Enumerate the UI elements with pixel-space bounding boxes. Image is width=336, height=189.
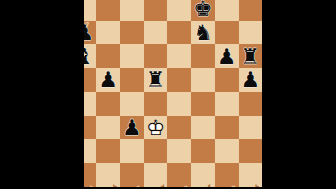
square-g5[interactable] <box>215 68 239 92</box>
square-h8[interactable] <box>239 0 263 21</box>
black-knight: ♞ <box>193 22 212 44</box>
square-g4[interactable] <box>215 92 239 116</box>
black-pawn: ♟ <box>241 69 260 91</box>
square-e2[interactable] <box>167 139 191 163</box>
square-f8[interactable]: ♚ <box>191 0 215 21</box>
black-rook: ♜ <box>241 46 260 68</box>
square-f5[interactable] <box>191 68 215 92</box>
square-c2[interactable] <box>120 139 144 163</box>
square-e6[interactable] <box>167 44 191 68</box>
square-b3[interactable] <box>96 116 120 140</box>
square-f7[interactable]: ♞ <box>191 21 215 45</box>
square-d4[interactable] <box>144 92 168 116</box>
square-e8[interactable] <box>167 0 191 21</box>
square-f4[interactable] <box>191 92 215 116</box>
square-h3[interactable] <box>239 116 263 140</box>
square-f6[interactable] <box>191 44 215 68</box>
square-e7[interactable] <box>167 21 191 45</box>
letterbox-bottom <box>0 187 336 189</box>
letterbox-left <box>0 0 84 189</box>
square-c8[interactable] <box>120 0 144 21</box>
square-c6[interactable] <box>120 44 144 68</box>
square-h6[interactable]: ♜ <box>239 44 263 68</box>
square-g2[interactable] <box>215 139 239 163</box>
chess-board: ♚♟♞♝♟♜♟♜♟♟♚♔7abcdefgh <box>73 0 263 187</box>
square-f1[interactable] <box>191 163 215 187</box>
black-king: ♚ <box>193 0 212 20</box>
square-e5[interactable] <box>167 68 191 92</box>
square-h5[interactable]: ♟ <box>239 68 263 92</box>
square-g3[interactable] <box>215 116 239 140</box>
square-b8[interactable] <box>96 0 120 21</box>
rank-label-7: 7 <box>85 21 90 29</box>
square-f2[interactable] <box>191 139 215 163</box>
square-c3[interactable]: ♟ <box>120 116 144 140</box>
square-b2[interactable] <box>96 139 120 163</box>
screenshot-frame: ♚♟♞♝♟♜♟♜♟♟♚♔7abcdefgh <box>0 0 336 189</box>
square-g8[interactable] <box>215 0 239 21</box>
black-pawn: ♟ <box>122 117 141 139</box>
square-e4[interactable] <box>167 92 191 116</box>
square-g6[interactable]: ♟ <box>215 44 239 68</box>
letterbox-right <box>262 0 336 189</box>
square-f3[interactable] <box>191 116 215 140</box>
white-king: ♚♔ <box>145 116 167 139</box>
black-pawn: ♟ <box>217 46 236 68</box>
square-d3[interactable]: ♚♔ <box>144 116 168 140</box>
square-d2[interactable] <box>144 139 168 163</box>
square-b4[interactable] <box>96 92 120 116</box>
square-c5[interactable] <box>120 68 144 92</box>
square-e3[interactable] <box>167 116 191 140</box>
square-c1[interactable] <box>120 163 144 187</box>
square-d5[interactable]: ♜ <box>144 68 168 92</box>
black-pawn: ♟ <box>99 69 118 91</box>
square-b7[interactable] <box>96 21 120 45</box>
square-d8[interactable] <box>144 0 168 21</box>
square-d7[interactable] <box>144 21 168 45</box>
square-h7[interactable] <box>239 21 263 45</box>
square-h2[interactable] <box>239 139 263 163</box>
square-c7[interactable] <box>120 21 144 45</box>
square-c4[interactable] <box>120 92 144 116</box>
square-h4[interactable] <box>239 92 263 116</box>
square-d6[interactable] <box>144 44 168 68</box>
white-piece-outline: ♔ <box>145 116 167 139</box>
square-b5[interactable]: ♟ <box>96 68 120 92</box>
square-b6[interactable] <box>96 44 120 68</box>
square-g7[interactable] <box>215 21 239 45</box>
black-rook: ♜ <box>146 69 165 91</box>
